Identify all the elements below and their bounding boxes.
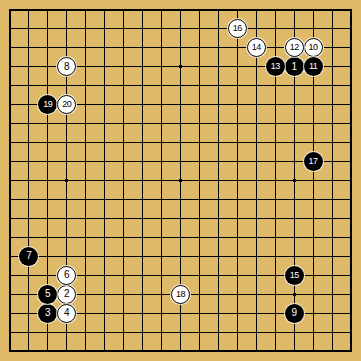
stone-black-move-15: 15: [285, 266, 304, 285]
grid-line-horizontal: [9, 237, 352, 238]
stone-black-move-7: 7: [19, 247, 38, 266]
grid-line-horizontal: [9, 350, 352, 352]
stone-white-move-20: 20: [57, 95, 76, 114]
stone-white-move-18: 18: [171, 285, 190, 304]
star-point: [65, 179, 68, 182]
stone-black-move-17: 17: [304, 152, 323, 171]
stone-black-move-1: 1: [285, 57, 304, 76]
stone-white-move-16: 16: [228, 19, 247, 38]
stone-white-move-2: 2: [57, 285, 76, 304]
stone-black-move-5: 5: [38, 285, 57, 304]
stone-black-move-19: 19: [38, 95, 57, 114]
stone-white-move-6: 6: [57, 266, 76, 285]
star-point: [179, 65, 182, 68]
grid-line-horizontal: [9, 256, 352, 257]
stone-white-move-4: 4: [57, 304, 76, 323]
star-point: [293, 293, 296, 296]
stone-black-move-11: 11: [304, 57, 323, 76]
go-diagram: 1234567891011121314151617181920: [0, 0, 361, 361]
stone-black-move-3: 3: [38, 304, 57, 323]
stone-black-move-9: 9: [285, 304, 304, 323]
go-board: 1234567891011121314151617181920: [0, 0, 361, 361]
stone-white-move-8: 8: [57, 57, 76, 76]
grid-line-vertical: [256, 9, 257, 352]
stone-black-move-13: 13: [266, 57, 285, 76]
star-point: [179, 179, 182, 182]
stone-white-move-10: 10: [304, 38, 323, 57]
grid-line-vertical: [332, 9, 333, 352]
grid-line-vertical: [237, 9, 238, 352]
grid-line-horizontal: [9, 199, 352, 200]
stone-white-move-14: 14: [247, 38, 266, 57]
grid-line-horizontal: [9, 332, 352, 333]
grid-line-horizontal: [9, 218, 352, 219]
stone-white-move-12: 12: [285, 38, 304, 57]
star-point: [293, 179, 296, 182]
grid-line-vertical: [350, 9, 352, 352]
grid-line-vertical: [199, 9, 200, 352]
grid-line-vertical: [218, 9, 219, 352]
